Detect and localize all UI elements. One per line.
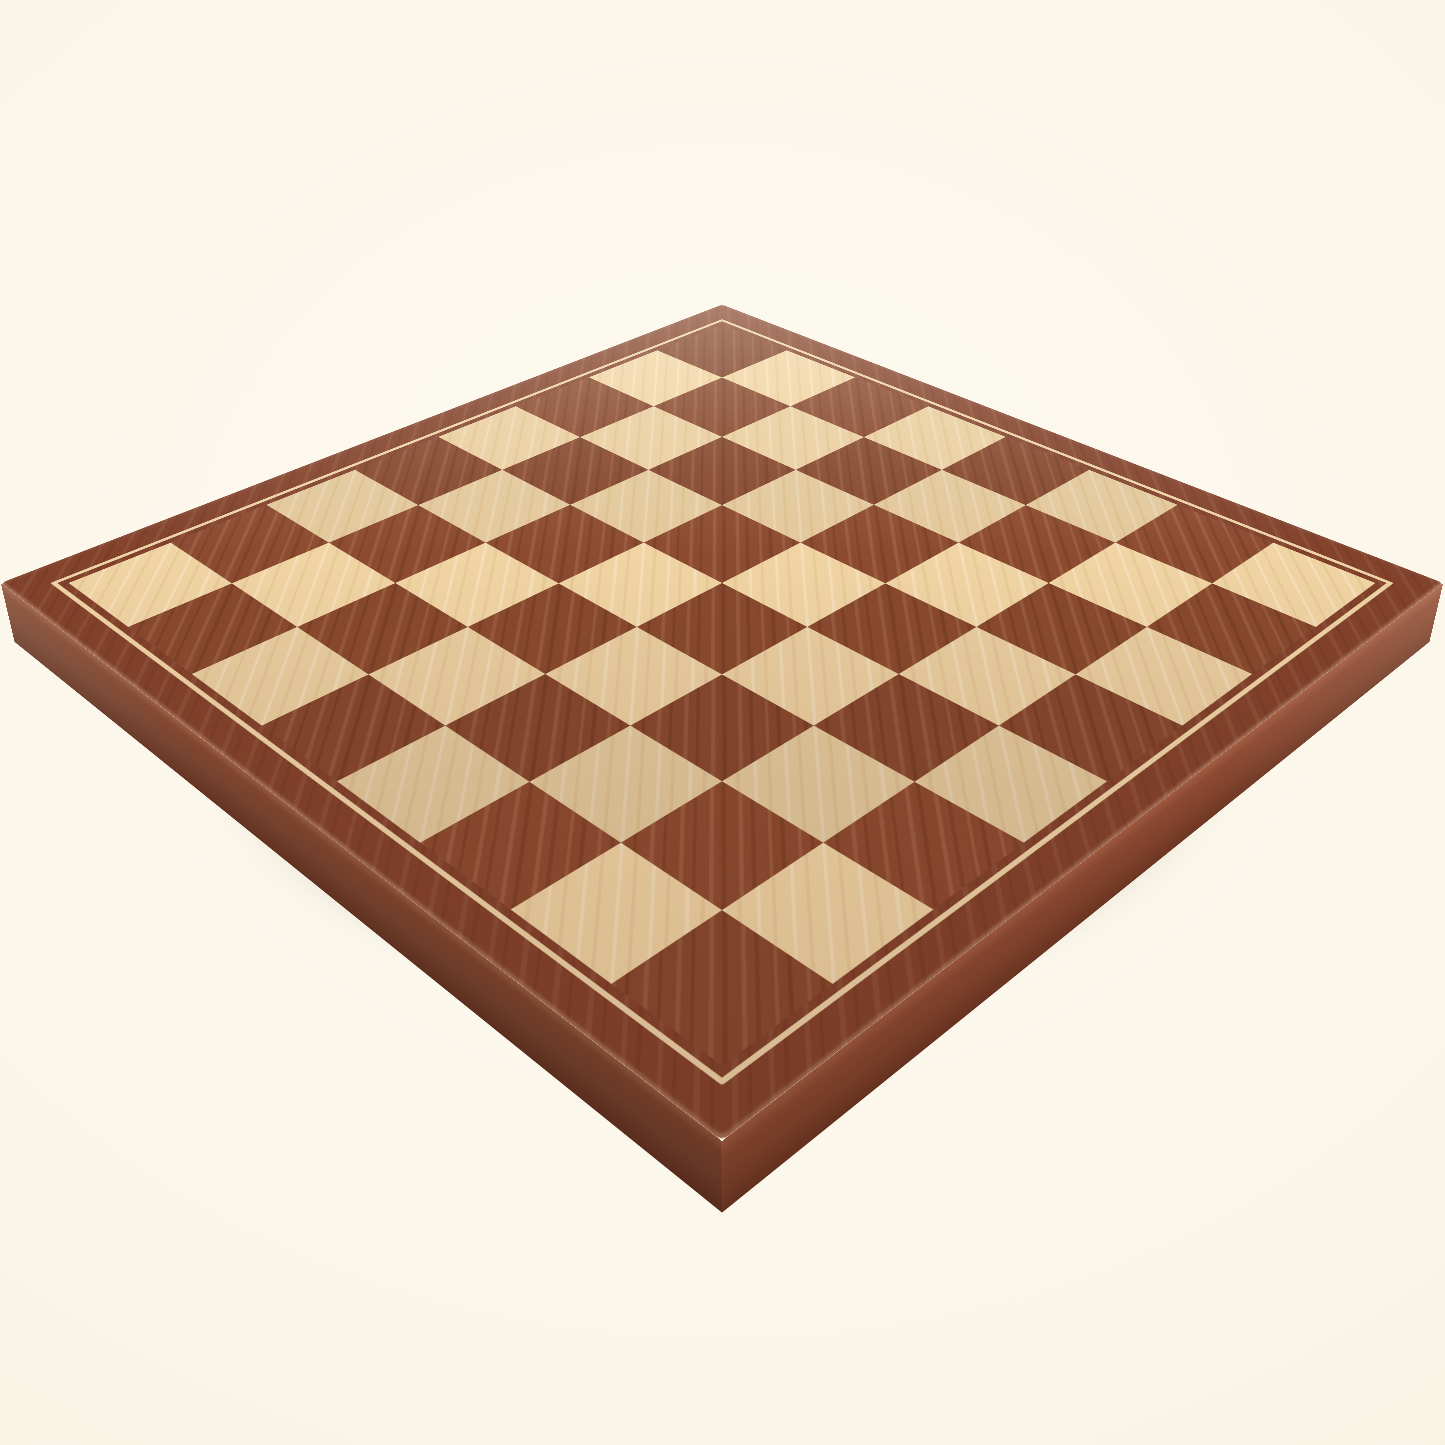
board-3d-scene bbox=[0, 0, 1445, 1445]
product-photo bbox=[0, 0, 1445, 1445]
board-squares-grid bbox=[69, 325, 1376, 1066]
chess-board bbox=[1, 305, 1443, 1141]
chess-board-top bbox=[1, 305, 1443, 1141]
